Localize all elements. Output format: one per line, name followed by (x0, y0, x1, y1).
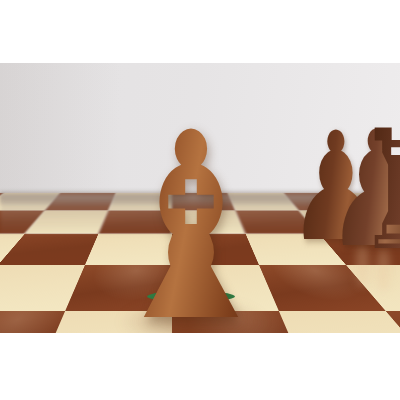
board-square (0, 311, 65, 333)
bishop-icon: ♝ (101, 78, 281, 333)
bishop-piece: ♝ (101, 99, 281, 333)
photo-area: ♟ ♟ ♜ ♝ (0, 63, 400, 333)
rook-icon: ♜ (353, 95, 400, 287)
board-square (279, 311, 400, 333)
partial-rook-piece: ♜ (353, 109, 400, 274)
chess-set-photo: ♟ ♟ ♜ ♝ (0, 0, 400, 400)
